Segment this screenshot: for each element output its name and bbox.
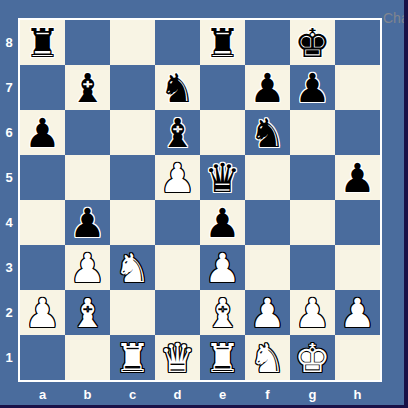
chess-board: ♜♜♚♝♞♟♟♟♝♞♟♛♟♟♟♟♞♟♟♝♝♟♟♟♜♛♜♞♚ — [20, 20, 380, 380]
file-label-d: d — [155, 384, 200, 404]
square-c7[interactable] — [110, 65, 155, 110]
piece-white-rook[interactable]: ♜ — [205, 338, 241, 378]
square-h5[interactable]: ♟ — [335, 155, 380, 200]
square-d8[interactable] — [155, 20, 200, 65]
piece-black-rook[interactable]: ♜ — [205, 23, 241, 63]
square-c6[interactable] — [110, 110, 155, 155]
file-label-h: h — [335, 384, 380, 404]
piece-black-pawn[interactable]: ♟ — [250, 68, 286, 108]
rank-label-1: 1 — [0, 335, 18, 380]
square-a3[interactable] — [20, 245, 65, 290]
square-d1[interactable]: ♛ — [155, 335, 200, 380]
chess-app-window: Cha ♜♜♚♝♞♟♟♟♝♞♟♛♟♟♟♟♞♟♟♝♝♟♟♟♜♛♜♞♚ 876543… — [0, 0, 408, 408]
square-f4[interactable] — [245, 200, 290, 245]
piece-black-bishop[interactable]: ♝ — [70, 68, 106, 108]
square-f3[interactable] — [245, 245, 290, 290]
square-a7[interactable] — [20, 65, 65, 110]
square-b1[interactable] — [65, 335, 110, 380]
square-b8[interactable] — [65, 20, 110, 65]
square-f1[interactable]: ♞ — [245, 335, 290, 380]
piece-black-pawn[interactable]: ♟ — [25, 113, 61, 153]
square-h4[interactable] — [335, 200, 380, 245]
square-d3[interactable] — [155, 245, 200, 290]
rank-label-5: 5 — [0, 155, 18, 200]
square-c5[interactable] — [110, 155, 155, 200]
square-c8[interactable] — [110, 20, 155, 65]
square-d5[interactable]: ♟ — [155, 155, 200, 200]
square-h3[interactable] — [335, 245, 380, 290]
piece-black-queen[interactable]: ♛ — [205, 158, 241, 198]
square-g7[interactable]: ♟ — [290, 65, 335, 110]
file-labels: abcdefgh — [20, 384, 380, 404]
square-b2[interactable]: ♝ — [65, 290, 110, 335]
square-h7[interactable] — [335, 65, 380, 110]
piece-white-pawn[interactable]: ♟ — [295, 293, 331, 333]
piece-white-pawn[interactable]: ♟ — [160, 158, 196, 198]
piece-white-pawn[interactable]: ♟ — [70, 248, 106, 288]
square-f6[interactable]: ♞ — [245, 110, 290, 155]
piece-black-pawn[interactable]: ♟ — [295, 68, 331, 108]
square-e8[interactable]: ♜ — [200, 20, 245, 65]
piece-black-knight[interactable]: ♞ — [250, 113, 286, 153]
rank-label-4: 4 — [0, 200, 18, 245]
piece-white-rook[interactable]: ♜ — [115, 338, 151, 378]
square-e3[interactable]: ♟ — [200, 245, 245, 290]
square-d7[interactable]: ♞ — [155, 65, 200, 110]
square-e6[interactable] — [200, 110, 245, 155]
square-b5[interactable] — [65, 155, 110, 200]
piece-white-pawn[interactable]: ♟ — [205, 248, 241, 288]
piece-black-knight[interactable]: ♞ — [160, 68, 196, 108]
file-label-f: f — [245, 384, 290, 404]
square-a5[interactable] — [20, 155, 65, 200]
square-e1[interactable]: ♜ — [200, 335, 245, 380]
window-edge-right — [404, 0, 408, 408]
piece-white-pawn[interactable]: ♟ — [250, 293, 286, 333]
square-g8[interactable]: ♚ — [290, 20, 335, 65]
piece-white-bishop[interactable]: ♝ — [70, 293, 106, 333]
square-g3[interactable] — [290, 245, 335, 290]
rank-labels: 87654321 — [0, 20, 18, 380]
square-a4[interactable] — [20, 200, 65, 245]
rank-label-8: 8 — [0, 20, 18, 65]
square-e7[interactable] — [200, 65, 245, 110]
piece-white-bishop[interactable]: ♝ — [205, 293, 241, 333]
piece-black-king[interactable]: ♚ — [295, 23, 331, 63]
square-c2[interactable] — [110, 290, 155, 335]
piece-black-pawn[interactable]: ♟ — [205, 203, 241, 243]
board-frame: ♜♜♚♝♞♟♟♟♝♞♟♛♟♟♟♟♞♟♟♝♝♟♟♟♜♛♜♞♚ — [18, 18, 382, 382]
piece-black-bishop[interactable]: ♝ — [160, 113, 196, 153]
file-label-b: b — [65, 384, 110, 404]
rank-label-3: 3 — [0, 245, 18, 290]
piece-white-knight[interactable]: ♞ — [250, 338, 286, 378]
square-g5[interactable] — [290, 155, 335, 200]
rank-label-6: 6 — [0, 110, 18, 155]
square-e4[interactable]: ♟ — [200, 200, 245, 245]
square-g4[interactable] — [290, 200, 335, 245]
square-d4[interactable] — [155, 200, 200, 245]
square-h1[interactable] — [335, 335, 380, 380]
square-f2[interactable]: ♟ — [245, 290, 290, 335]
square-d6[interactable]: ♝ — [155, 110, 200, 155]
square-e5[interactable]: ♛ — [200, 155, 245, 200]
square-g2[interactable]: ♟ — [290, 290, 335, 335]
piece-white-knight[interactable]: ♞ — [115, 248, 151, 288]
square-a8[interactable]: ♜ — [20, 20, 65, 65]
square-c3[interactable]: ♞ — [110, 245, 155, 290]
piece-black-rook[interactable]: ♜ — [25, 23, 61, 63]
square-f7[interactable]: ♟ — [245, 65, 290, 110]
square-a2[interactable]: ♟ — [20, 290, 65, 335]
rank-label-2: 2 — [0, 290, 18, 335]
square-b7[interactable]: ♝ — [65, 65, 110, 110]
square-f5[interactable] — [245, 155, 290, 200]
rank-label-7: 7 — [0, 65, 18, 110]
square-c4[interactable] — [110, 200, 155, 245]
square-h8[interactable] — [335, 20, 380, 65]
piece-white-pawn[interactable]: ♟ — [340, 293, 376, 333]
square-a6[interactable]: ♟ — [20, 110, 65, 155]
square-f8[interactable] — [245, 20, 290, 65]
piece-black-pawn[interactable]: ♟ — [70, 203, 106, 243]
square-h6[interactable] — [335, 110, 380, 155]
square-b4[interactable]: ♟ — [65, 200, 110, 245]
square-g1[interactable]: ♚ — [290, 335, 335, 380]
square-h2[interactable]: ♟ — [335, 290, 380, 335]
piece-white-queen[interactable]: ♛ — [160, 338, 196, 378]
file-label-g: g — [290, 384, 335, 404]
square-e2[interactable]: ♝ — [200, 290, 245, 335]
piece-white-king[interactable]: ♚ — [295, 338, 331, 378]
square-d2[interactable] — [155, 290, 200, 335]
square-g6[interactable] — [290, 110, 335, 155]
file-label-c: c — [110, 384, 155, 404]
piece-black-pawn[interactable]: ♟ — [340, 158, 376, 198]
square-c1[interactable]: ♜ — [110, 335, 155, 380]
square-b6[interactable] — [65, 110, 110, 155]
file-label-a: a — [20, 384, 65, 404]
file-label-e: e — [200, 384, 245, 404]
square-b3[interactable]: ♟ — [65, 245, 110, 290]
square-a1[interactable] — [20, 335, 65, 380]
piece-white-pawn[interactable]: ♟ — [25, 293, 61, 333]
